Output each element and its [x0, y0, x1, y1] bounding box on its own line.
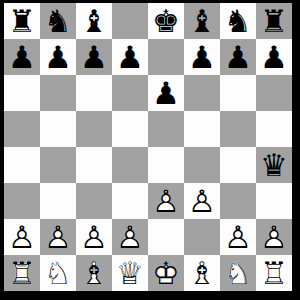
- black-king-glyph: ♚: [152, 3, 180, 39]
- square-f7[interactable]: ♟: [184, 39, 220, 75]
- square-g3[interactable]: [220, 183, 256, 219]
- square-c3[interactable]: [76, 183, 112, 219]
- black-bishop-glyph: ♝: [188, 3, 216, 39]
- black-rook-glyph: ♜: [8, 3, 36, 39]
- square-b8[interactable]: ♞: [40, 3, 76, 39]
- square-c6[interactable]: [76, 75, 112, 111]
- piece-white-pawn: ♟♙: [188, 183, 216, 219]
- square-c4[interactable]: [76, 147, 112, 183]
- white-rook-glyph: ♖: [8, 255, 36, 291]
- white-pawn-glyph: ♙: [116, 219, 144, 255]
- piece-black-king: ♚: [152, 3, 180, 39]
- square-g5[interactable]: [220, 111, 256, 147]
- board-frame: ♜♞♝♚♝♞♜♟♟♟♟♟♟♟♟♛♟♙♟♙♟♙♟♙♟♙♟♙♟♙♟♙♜♖♞♘♝♗♛♕…: [0, 0, 300, 300]
- square-b7[interactable]: ♟: [40, 39, 76, 75]
- white-queen-glyph: ♕: [116, 255, 144, 291]
- white-rook-glyph: ♖: [260, 255, 288, 291]
- square-d3[interactable]: [112, 183, 148, 219]
- piece-white-knight: ♞♘: [224, 255, 252, 291]
- black-pawn-glyph: ♟: [260, 39, 288, 75]
- piece-black-pawn: ♟: [80, 39, 108, 75]
- square-f1[interactable]: ♝♗: [184, 255, 220, 291]
- square-a7[interactable]: ♟: [4, 39, 40, 75]
- white-pawn-glyph: ♙: [44, 219, 72, 255]
- piece-black-rook: ♜: [8, 3, 36, 39]
- white-bishop-glyph: ♗: [188, 255, 216, 291]
- square-h7[interactable]: ♟: [256, 39, 292, 75]
- black-pawn-glyph: ♟: [116, 39, 144, 75]
- square-e6[interactable]: ♟: [148, 75, 184, 111]
- square-b5[interactable]: [40, 111, 76, 147]
- square-g1[interactable]: ♞♘: [220, 255, 256, 291]
- square-c7[interactable]: ♟: [76, 39, 112, 75]
- white-bishop-glyph: ♗: [80, 255, 108, 291]
- piece-white-bishop: ♝♗: [188, 255, 216, 291]
- square-c1[interactable]: ♝♗: [76, 255, 112, 291]
- square-c8[interactable]: ♝: [76, 3, 112, 39]
- piece-white-pawn: ♟♙: [224, 219, 252, 255]
- black-knight-glyph: ♞: [44, 3, 72, 39]
- piece-black-bishop: ♝: [80, 3, 108, 39]
- square-d1[interactable]: ♛♕: [112, 255, 148, 291]
- square-b3[interactable]: [40, 183, 76, 219]
- square-h8[interactable]: ♜: [256, 3, 292, 39]
- square-d7[interactable]: ♟: [112, 39, 148, 75]
- square-g8[interactable]: ♞: [220, 3, 256, 39]
- piece-white-pawn: ♟♙: [152, 183, 180, 219]
- square-f2[interactable]: [184, 219, 220, 255]
- square-b4[interactable]: [40, 147, 76, 183]
- square-e5[interactable]: [148, 111, 184, 147]
- piece-black-rook: ♜: [260, 3, 288, 39]
- piece-black-queen: ♛: [260, 147, 288, 183]
- square-g2[interactable]: ♟♙: [220, 219, 256, 255]
- square-e1[interactable]: ♚♔: [148, 255, 184, 291]
- piece-black-knight: ♞: [224, 3, 252, 39]
- piece-black-pawn: ♟: [8, 39, 36, 75]
- square-b6[interactable]: [40, 75, 76, 111]
- black-pawn-glyph: ♟: [152, 75, 180, 111]
- black-pawn-glyph: ♟: [8, 39, 36, 75]
- black-knight-glyph: ♞: [224, 3, 252, 39]
- square-d5[interactable]: [112, 111, 148, 147]
- piece-white-king: ♚♔: [152, 255, 180, 291]
- square-f5[interactable]: [184, 111, 220, 147]
- square-a2[interactable]: ♟♙: [4, 219, 40, 255]
- piece-white-knight: ♞♘: [44, 255, 72, 291]
- square-h4[interactable]: ♛: [256, 147, 292, 183]
- square-f6[interactable]: [184, 75, 220, 111]
- piece-black-pawn: ♟: [224, 39, 252, 75]
- white-knight-glyph: ♘: [224, 255, 252, 291]
- piece-white-pawn: ♟♙: [260, 219, 288, 255]
- square-c2[interactable]: ♟♙: [76, 219, 112, 255]
- white-pawn-glyph: ♙: [224, 219, 252, 255]
- square-e7[interactable]: [148, 39, 184, 75]
- white-pawn-glyph: ♙: [8, 219, 36, 255]
- square-a8[interactable]: ♜: [4, 3, 40, 39]
- white-pawn-glyph: ♙: [80, 219, 108, 255]
- piece-black-pawn: ♟: [44, 39, 72, 75]
- square-a5[interactable]: [4, 111, 40, 147]
- black-pawn-glyph: ♟: [80, 39, 108, 75]
- square-f8[interactable]: ♝: [184, 3, 220, 39]
- piece-black-bishop: ♝: [188, 3, 216, 39]
- piece-black-pawn: ♟: [260, 39, 288, 75]
- square-b2[interactable]: ♟♙: [40, 219, 76, 255]
- square-a6[interactable]: [4, 75, 40, 111]
- square-h6[interactable]: [256, 75, 292, 111]
- white-pawn-glyph: ♙: [152, 183, 180, 219]
- piece-black-pawn: ♟: [116, 39, 144, 75]
- black-pawn-glyph: ♟: [188, 39, 216, 75]
- square-g7[interactable]: ♟: [220, 39, 256, 75]
- square-h3[interactable]: [256, 183, 292, 219]
- white-pawn-glyph: ♙: [260, 219, 288, 255]
- white-knight-glyph: ♘: [44, 255, 72, 291]
- square-f4[interactable]: [184, 147, 220, 183]
- square-a3[interactable]: [4, 183, 40, 219]
- piece-white-queen: ♛♕: [116, 255, 144, 291]
- square-c5[interactable]: [76, 111, 112, 147]
- square-d2[interactable]: ♟♙: [112, 219, 148, 255]
- piece-black-pawn: ♟: [152, 75, 180, 111]
- chess-board: ♜♞♝♚♝♞♜♟♟♟♟♟♟♟♟♛♟♙♟♙♟♙♟♙♟♙♟♙♟♙♟♙♜♖♞♘♝♗♛♕…: [4, 3, 292, 291]
- piece-black-knight: ♞: [44, 3, 72, 39]
- black-pawn-glyph: ♟: [44, 39, 72, 75]
- square-a4[interactable]: [4, 147, 40, 183]
- square-h2[interactable]: ♟♙: [256, 219, 292, 255]
- square-f3[interactable]: ♟♙: [184, 183, 220, 219]
- square-d6[interactable]: [112, 75, 148, 111]
- square-e8[interactable]: ♚: [148, 3, 184, 39]
- piece-white-rook: ♜♖: [260, 255, 288, 291]
- piece-white-pawn: ♟♙: [44, 219, 72, 255]
- square-d4[interactable]: [112, 147, 148, 183]
- white-pawn-glyph: ♙: [188, 183, 216, 219]
- square-a1[interactable]: ♜♖: [4, 255, 40, 291]
- piece-white-bishop: ♝♗: [80, 255, 108, 291]
- square-e3[interactable]: ♟♙: [148, 183, 184, 219]
- piece-white-rook: ♜♖: [8, 255, 36, 291]
- square-g6[interactable]: [220, 75, 256, 111]
- black-bishop-glyph: ♝: [80, 3, 108, 39]
- black-pawn-glyph: ♟: [224, 39, 252, 75]
- square-h1[interactable]: ♜♖: [256, 255, 292, 291]
- square-e4[interactable]: [148, 147, 184, 183]
- piece-white-pawn: ♟♙: [80, 219, 108, 255]
- square-d8[interactable]: [112, 3, 148, 39]
- square-g4[interactable]: [220, 147, 256, 183]
- white-king-glyph: ♔: [152, 255, 180, 291]
- black-rook-glyph: ♜: [260, 3, 288, 39]
- piece-white-pawn: ♟♙: [8, 219, 36, 255]
- piece-white-pawn: ♟♙: [116, 219, 144, 255]
- black-queen-glyph: ♛: [260, 147, 288, 183]
- piece-black-pawn: ♟: [188, 39, 216, 75]
- square-e2[interactable]: [148, 219, 184, 255]
- square-h5[interactable]: [256, 111, 292, 147]
- square-b1[interactable]: ♞♘: [40, 255, 76, 291]
